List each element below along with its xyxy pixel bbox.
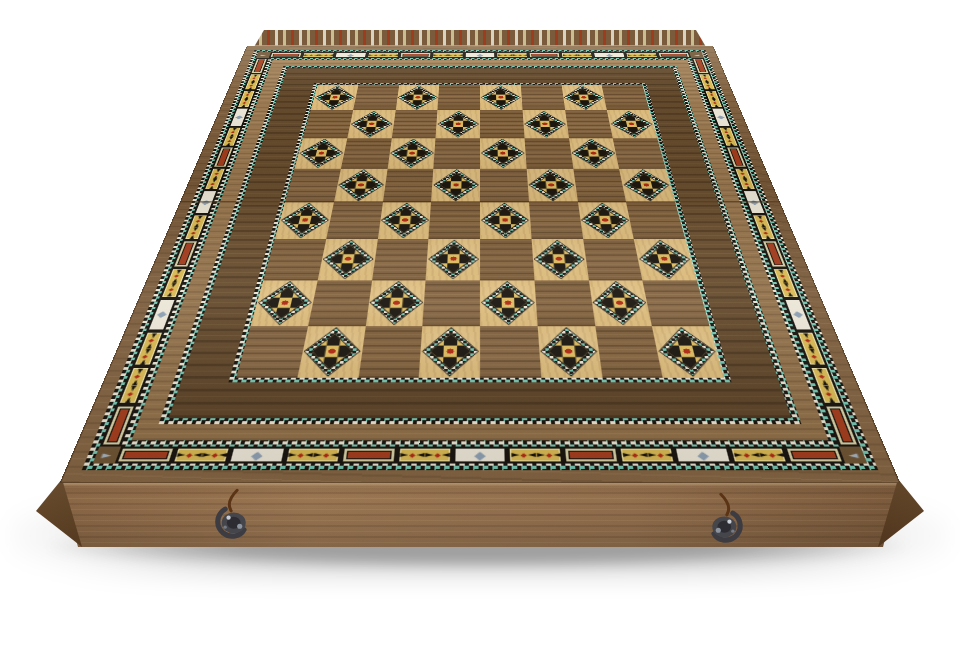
gray-lozenge-icon: ◆	[250, 449, 264, 461]
scene: ►◆◄►◆◄◆►◆◄►◆◄►◆◄►◆◄◆►◆◄►◆◄►◆◄►◆◄◆►◆◄►◆◄ …	[0, 0, 960, 648]
red-diamond-icon: ◆	[818, 375, 827, 378]
square-f5[interactable]	[526, 169, 577, 202]
square-h8[interactable]	[602, 85, 650, 110]
motif-cell-yellow: ►◆◄►◆◄	[302, 53, 334, 58]
black-arrow-icon: ◄	[587, 54, 592, 57]
motif-cell-diamond: ◆	[465, 53, 496, 58]
black-arrow-icon: ►	[148, 333, 159, 337]
motif-cell-yellow: ►◆◄►◆◄	[626, 53, 658, 58]
black-arrow-icon: ►	[498, 54, 502, 57]
black-arrow-icon: ◄	[664, 451, 673, 460]
black-arrow-icon: ►	[821, 386, 833, 391]
red-diamond-icon: ◆	[568, 54, 571, 56]
black-arrow-icon: ◄	[130, 379, 142, 384]
arrow-motif: ►◆◄►◆◄	[626, 54, 658, 57]
black-arrow-icon: ◄	[804, 343, 815, 347]
arrow-motif: ►◆◄►◆◄	[367, 54, 398, 57]
motif-cell-red	[564, 448, 619, 463]
black-arrow-icon: ◄	[651, 54, 656, 57]
red-diamond-icon: ◆	[214, 173, 221, 175]
corner-triangle-icon: ◄	[846, 450, 859, 460]
black-arrow-icon: ◄	[572, 54, 577, 57]
black-arrow-icon: ◄	[123, 397, 135, 402]
red-diamond-icon: ◆	[210, 183, 217, 185]
red-diamond-icon: ◆	[195, 220, 202, 222]
gray-lozenge-icon: ◆	[791, 310, 804, 318]
black-arrow-icon: ►	[627, 54, 632, 57]
black-arrow-icon: ►	[755, 216, 764, 219]
black-arrow-icon: ◄	[211, 175, 220, 178]
black-arrow-icon: ►	[741, 179, 750, 182]
black-arrow-icon: ►	[319, 54, 324, 57]
red-diamond-icon: ◆	[647, 54, 651, 56]
square-g5[interactable]	[573, 169, 626, 202]
latch-left[interactable]	[208, 486, 256, 546]
square-f8[interactable]	[521, 85, 565, 110]
black-arrow-icon: ►	[814, 369, 826, 374]
motif-cell-yellow: ►◆◄►◆◄	[285, 448, 341, 463]
square-f3[interactable]	[531, 239, 588, 280]
motif-cell-yellow: ►◆◄►◆◄	[730, 448, 787, 463]
arrow-motif: ►◆◄►◆◄	[174, 451, 229, 460]
red-diamond-icon: ◆	[297, 452, 303, 458]
square-g1[interactable]	[595, 326, 663, 378]
motif-cell-red	[270, 53, 303, 58]
fold-seam	[180, 201, 781, 203]
square-d4[interactable]	[429, 202, 480, 239]
square-e5[interactable]	[480, 169, 529, 202]
motif-cell-red	[785, 448, 843, 463]
red-diamond-icon: ◆	[633, 54, 636, 56]
black-arrow-icon: ◄	[727, 143, 735, 145]
arrow-motif: ►◆◄►◆◄	[620, 451, 674, 460]
red-diamond-icon: ◆	[374, 54, 377, 56]
square-e2[interactable]	[480, 280, 537, 326]
square-e4[interactable]	[480, 202, 531, 239]
arrow-motif: ►◆◄►◆◄	[286, 451, 340, 460]
motif-cell-yellow: ►◆◄►◆◄	[432, 53, 463, 58]
black-arrow-icon: ►	[448, 54, 452, 57]
black-arrow-icon: ►	[563, 54, 568, 57]
black-arrow-icon: ◄	[165, 292, 176, 296]
black-arrow-icon: ►	[737, 169, 746, 172]
black-arrow-icon: ►	[210, 179, 219, 182]
black-arrow-icon: ►	[201, 451, 210, 460]
black-arrow-icon: ◄	[328, 54, 333, 57]
black-arrow-icon: ◄	[758, 223, 767, 226]
square-f2[interactable]	[534, 280, 595, 326]
motif-cell-red	[341, 448, 396, 463]
square-a4[interactable]	[275, 202, 334, 239]
box-back-edge-strip	[254, 30, 706, 47]
black-arrow-icon: ◄	[330, 451, 338, 460]
square-a7[interactable]	[303, 110, 353, 138]
black-arrow-icon: ►	[511, 451, 518, 460]
square-f7[interactable]	[522, 110, 568, 138]
motif-cell-red	[658, 53, 691, 58]
black-arrow-icon: ►	[781, 284, 791, 288]
black-arrow-icon: ◄	[441, 451, 448, 460]
red-diamond-icon: ◆	[323, 452, 329, 458]
square-d1[interactable]	[419, 326, 480, 378]
gray-lozenge-icon: ◆	[474, 449, 486, 461]
red-diamond-icon: ◆	[211, 452, 218, 458]
black-arrow-icon: ◄	[247, 87, 255, 89]
red-diamond-icon: ◆	[168, 288, 176, 291]
square-c6[interactable]	[387, 138, 436, 168]
black-arrow-icon: ◄	[553, 451, 561, 460]
red-diamond-icon: ◆	[133, 375, 142, 378]
red-diamond-icon: ◆	[454, 54, 457, 56]
black-arrow-icon: ►	[231, 128, 239, 130]
motif-cell-yellow: ►◆◄►◆◄	[397, 448, 451, 463]
square-c3[interactable]	[372, 239, 429, 280]
arrow-motif: ►◆◄►◆◄	[432, 54, 463, 57]
black-arrow-icon: ►	[134, 369, 146, 374]
black-arrow-icon: ►	[622, 451, 630, 460]
red-diamond-icon: ◆	[804, 339, 812, 342]
black-arrow-icon: ►	[807, 349, 818, 353]
board-top: ►◆◄►◆◄◆►◆◄►◆◄►◆◄►◆◄◆►◆◄►◆◄►◆◄►◆◄◆►◆◄►◆◄ …	[59, 46, 900, 483]
black-arrow-icon: ◄	[240, 104, 248, 106]
square-d2[interactable]	[423, 280, 480, 326]
black-arrow-icon: ►	[801, 333, 812, 337]
black-arrow-icon: ◄	[393, 54, 398, 57]
motif-band-bottom: ►◆◄►◆◄◆►◆◄►◆◄►◆◄►◆◄◆►◆◄►◆◄►◆◄►◆◄◆►◆◄►◆◄	[115, 447, 846, 464]
square-b4[interactable]	[326, 202, 382, 239]
square-b3[interactable]	[317, 239, 377, 280]
gray-lozenge-icon: ◆	[477, 53, 484, 57]
black-arrow-icon: ◄	[638, 451, 646, 460]
black-arrow-icon: ◄	[228, 133, 236, 135]
square-d3[interactable]	[426, 239, 480, 280]
red-diamond-icon: ◆	[758, 220, 765, 222]
square-e8[interactable]	[480, 85, 522, 110]
black-arrow-icon: ◄	[706, 87, 714, 89]
square-h4[interactable]	[626, 202, 685, 239]
black-arrow-icon: ►	[227, 137, 235, 139]
black-arrow-icon: ◄	[218, 451, 227, 460]
black-arrow-icon: ◄	[825, 397, 837, 402]
black-arrow-icon: ◄	[188, 235, 198, 238]
red-diamond-icon: ◆	[744, 183, 751, 185]
black-arrow-icon: ►	[168, 284, 178, 288]
square-b7[interactable]	[347, 110, 395, 138]
arrow-motif: ►◆◄►◆◄	[561, 54, 592, 57]
arrow-motif: ►◆◄►◆◄	[397, 451, 450, 460]
motif-cell-red	[400, 53, 431, 58]
red-diamond-icon: ◆	[727, 140, 733, 142]
gray-lozenge-icon: ◆	[235, 115, 244, 120]
square-f1[interactable]	[537, 326, 602, 378]
motif-cell-red	[529, 53, 560, 58]
red-diamond-icon: ◆	[126, 392, 135, 395]
black-arrow-icon: ◄	[138, 359, 150, 363]
red-diamond-icon: ◆	[439, 54, 442, 56]
square-a8[interactable]	[311, 85, 359, 110]
square-g3[interactable]	[583, 239, 643, 280]
motif-cell-yellow: ►◆◄►◆◄	[561, 53, 593, 58]
black-arrow-icon: ◄	[416, 451, 424, 460]
square-h6[interactable]	[613, 138, 666, 168]
square-e1[interactable]	[480, 326, 541, 378]
square-e6[interactable]	[480, 138, 526, 168]
black-arrow-icon: ►	[313, 451, 321, 460]
black-arrow-icon: ◄	[225, 143, 233, 145]
red-diamond-icon: ◆	[389, 54, 392, 56]
black-arrow-icon: ◄	[744, 186, 753, 189]
checkerboard-field	[236, 85, 724, 378]
square-g6[interactable]	[569, 138, 620, 168]
gray-lozenge-icon: ◆	[696, 449, 710, 461]
arrow-motif: ►◆◄►◆◄	[509, 451, 562, 460]
black-arrow-icon: ◄	[192, 223, 201, 226]
square-b2[interactable]	[308, 280, 372, 326]
motif-cell-red	[116, 448, 174, 463]
black-arrow-icon: ◄	[192, 451, 202, 460]
black-arrow-icon: ◄	[740, 175, 749, 178]
arrow-motif: ►◆◄►◆◄	[302, 54, 334, 57]
red-diamond-icon: ◆	[141, 355, 150, 358]
square-c4[interactable]	[377, 202, 431, 239]
motif-cell-diamond: ◆	[675, 448, 731, 463]
black-arrow-icon: ◄	[527, 451, 534, 460]
square-c2[interactable]	[365, 280, 426, 326]
square-a3[interactable]	[263, 239, 326, 280]
black-arrow-icon: ►	[758, 451, 768, 460]
red-diamond-icon: ◆	[546, 452, 551, 458]
black-arrow-icon: ►	[776, 270, 786, 274]
black-arrow-icon: ►	[127, 386, 139, 391]
square-b6[interactable]	[341, 138, 392, 168]
red-diamond-icon: ◆	[763, 232, 770, 234]
square-b8[interactable]	[353, 85, 399, 110]
square-b1[interactable]	[297, 326, 365, 378]
latch-right[interactable]	[702, 490, 750, 550]
black-arrow-icon: ◄	[508, 54, 512, 57]
motif-cell-diamond: ◆	[453, 448, 506, 463]
square-a2[interactable]	[250, 280, 317, 326]
motif-cell-diamond: ◆	[229, 448, 285, 463]
red-diamond-icon: ◆	[148, 339, 156, 342]
motif-cell-yellow: ►◆◄►◆◄	[497, 53, 528, 58]
red-diamond-icon: ◆	[779, 275, 787, 278]
black-arrow-icon: ◄	[443, 54, 447, 57]
black-arrow-icon: ►	[191, 228, 201, 231]
black-arrow-icon: ◄	[818, 379, 830, 384]
red-diamond-icon: ◆	[810, 355, 819, 358]
black-arrow-icon: ►	[647, 451, 656, 460]
red-diamond-icon: ◆	[740, 173, 747, 175]
square-g7[interactable]	[565, 110, 613, 138]
square-a6[interactable]	[294, 138, 347, 168]
black-arrow-icon: ◄	[522, 54, 526, 57]
black-arrow-icon: ◄	[775, 451, 785, 460]
red-diamond-icon: ◆	[227, 140, 233, 142]
gray-lozenge-icon: ◆	[347, 53, 355, 57]
red-diamond-icon: ◆	[825, 392, 834, 395]
red-diamond-icon: ◆	[631, 452, 637, 458]
red-diamond-icon: ◆	[409, 452, 414, 458]
corner-triangle-icon: ►	[100, 450, 113, 460]
red-diamond-icon: ◆	[185, 452, 192, 458]
black-arrow-icon: ►	[288, 451, 297, 460]
box-front-face	[55, 481, 905, 549]
black-arrow-icon: ◄	[811, 359, 823, 363]
square-g4[interactable]	[578, 202, 634, 239]
corner-triangle-icon: ►	[260, 54, 267, 57]
red-diamond-icon: ◆	[230, 131, 236, 133]
square-c5[interactable]	[383, 169, 434, 202]
black-arrow-icon: ►	[577, 54, 582, 57]
black-arrow-icon: ►	[400, 451, 408, 460]
black-arrow-icon: ►	[195, 216, 204, 219]
black-arrow-icon: ►	[725, 137, 733, 139]
gray-lozenge-icon: ◆	[155, 310, 168, 318]
red-diamond-icon: ◆	[190, 232, 197, 234]
square-e7[interactable]	[480, 110, 524, 138]
black-arrow-icon: ►	[760, 228, 770, 231]
red-diamond-icon: ◆	[768, 452, 775, 458]
black-arrow-icon: ◄	[785, 292, 796, 296]
black-arrow-icon: ►	[142, 349, 153, 353]
black-arrow-icon: ►	[733, 451, 742, 460]
red-diamond-icon: ◆	[724, 131, 730, 133]
red-diamond-icon: ◆	[520, 452, 525, 458]
black-arrow-icon: ►	[433, 54, 437, 57]
square-h7[interactable]	[607, 110, 657, 138]
red-diamond-icon: ◆	[173, 275, 181, 278]
square-e3[interactable]	[480, 239, 534, 280]
black-arrow-icon: ►	[176, 451, 186, 460]
black-arrow-icon: ◄	[749, 451, 758, 460]
square-f6[interactable]	[524, 138, 573, 168]
motif-cell-yellow: ►◆◄►◆◄	[173, 448, 230, 463]
black-arrow-icon: ►	[369, 54, 374, 57]
black-arrow-icon: ◄	[458, 54, 462, 57]
square-c7[interactable]	[391, 110, 437, 138]
black-arrow-icon: ◄	[144, 343, 155, 347]
black-arrow-icon: ►	[174, 270, 184, 274]
square-f4[interactable]	[529, 202, 583, 239]
gray-lozenge-icon: ◆	[716, 115, 725, 120]
red-diamond-icon: ◆	[434, 452, 439, 458]
motif-cell-diamond: ◆	[335, 53, 367, 58]
square-a5[interactable]	[285, 169, 341, 202]
square-b5[interactable]	[334, 169, 387, 202]
square-d8[interactable]	[438, 85, 480, 110]
motif-cell-yellow: ►◆◄►◆◄	[620, 448, 676, 463]
black-arrow-icon: ►	[425, 451, 432, 460]
black-arrow-icon: ◄	[724, 133, 732, 135]
black-arrow-icon: ◄	[304, 451, 313, 460]
red-diamond-icon: ◆	[518, 54, 521, 56]
arrow-motif: ►◆◄►◆◄	[497, 54, 528, 57]
square-c1[interactable]	[358, 326, 423, 378]
square-c8[interactable]	[395, 85, 439, 110]
square-d6[interactable]	[434, 138, 480, 168]
motif-corner-top-right: ◄	[689, 52, 704, 58]
square-g2[interactable]	[588, 280, 652, 326]
square-g8[interactable]	[561, 85, 607, 110]
black-arrow-icon: ►	[537, 451, 545, 460]
gray-lozenge-icon: ◆	[606, 53, 614, 57]
black-arrow-icon: ►	[383, 54, 388, 57]
black-arrow-icon: ►	[214, 169, 223, 172]
black-arrow-icon: ◄	[207, 186, 216, 189]
black-arrow-icon: ◄	[763, 235, 773, 238]
motif-cell-yellow: ►◆◄►◆◄	[367, 53, 399, 58]
black-arrow-icon: ►	[721, 128, 729, 130]
black-arrow-icon: ►	[642, 54, 647, 57]
red-diamond-icon: ◆	[742, 452, 749, 458]
red-diamond-icon: ◆	[657, 452, 663, 458]
square-d5[interactable]	[431, 169, 480, 202]
red-diamond-icon: ◆	[503, 54, 506, 56]
black-arrow-icon: ◄	[780, 279, 790, 283]
black-arrow-icon: ►	[513, 54, 517, 57]
motif-cell-diamond: ◆	[593, 53, 625, 58]
square-h5[interactable]	[619, 169, 675, 202]
black-arrow-icon: ◄	[712, 104, 720, 106]
arrow-motif: ►◆◄►◆◄	[731, 451, 786, 460]
black-arrow-icon: ◄	[637, 54, 642, 57]
black-arrow-icon: ◄	[378, 54, 383, 57]
red-diamond-icon: ◆	[324, 54, 327, 56]
red-diamond-icon: ◆	[784, 288, 792, 291]
black-arrow-icon: ◄	[170, 279, 180, 283]
square-d7[interactable]	[436, 110, 480, 138]
red-diamond-icon: ◆	[583, 54, 586, 56]
motif-cell-yellow: ►◆◄►◆◄	[509, 448, 563, 463]
corner-triangle-icon: ◄	[693, 54, 700, 57]
